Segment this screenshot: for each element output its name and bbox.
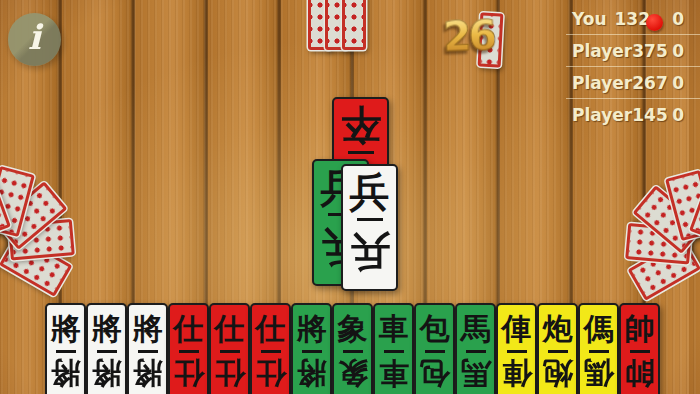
hand-card-green-車[interactable]: 車車 <box>373 303 414 394</box>
card-character-top: 兵 <box>350 172 390 212</box>
card-face: 仕仕 <box>170 305 207 394</box>
hand-card-white-將[interactable]: 將將 <box>127 303 168 394</box>
player-name: Player <box>572 73 632 93</box>
hand-card-green-馬[interactable]: 馬馬 <box>455 303 496 394</box>
card-character-bottom: 俥 <box>502 358 532 388</box>
card-divider <box>466 350 486 353</box>
score-row: Player1450 <box>566 99 700 130</box>
player-score: 375 <box>632 41 668 61</box>
card-divider <box>630 350 650 353</box>
card-character-bottom: 傌 <box>584 358 614 388</box>
card-character-bottom: 將 <box>92 358 122 388</box>
score-row: Player2670 <box>566 67 700 99</box>
card-character-bottom: 將 <box>297 358 327 388</box>
hand-card-white-將[interactable]: 將將 <box>45 303 86 394</box>
player-name: You <box>572 9 608 29</box>
card-face: 將將 <box>88 305 125 394</box>
card-character-bottom: 將 <box>51 358 81 388</box>
card-character-top: 卒 <box>341 105 381 145</box>
draw-pile-count: 26 <box>442 11 495 61</box>
card-character-bottom: 仕 <box>256 358 286 388</box>
player-hand: 將將將將將將仕仕仕仕仕仕將將象象車車包包馬馬俥俥炮炮傌傌帥帥 <box>0 303 700 394</box>
card-face: 仕仕 <box>252 305 289 394</box>
card-divider <box>261 350 281 353</box>
card-character-bottom: 帥 <box>625 358 655 388</box>
card-character-bottom: 包 <box>420 358 450 388</box>
card-divider <box>348 151 374 154</box>
card-character-top: 帥 <box>625 314 655 344</box>
info-icon: i <box>28 17 41 62</box>
card-character-bottom: 馬 <box>461 358 491 388</box>
card-character-top: 包 <box>420 314 450 344</box>
card-character-bottom: 兵 <box>350 232 390 272</box>
card-divider <box>97 350 117 353</box>
card-face: 帥帥 <box>621 305 658 394</box>
card-character-top: 俥 <box>502 314 532 344</box>
card-divider <box>507 350 527 353</box>
player-round-score: 0 <box>668 41 684 61</box>
hand-card-green-象[interactable]: 象象 <box>332 303 373 394</box>
card-character-top: 象 <box>338 314 368 344</box>
card-divider <box>302 350 322 353</box>
card-face: 象象 <box>334 305 371 394</box>
card-face: 炮炮 <box>539 305 576 394</box>
player-score: 132 <box>608 9 650 29</box>
hand-card-yellow-俥[interactable]: 俥俥 <box>496 303 537 394</box>
card-divider <box>56 350 76 353</box>
right-opponent-hand <box>684 172 700 236</box>
turn-indicator-dot <box>646 14 663 31</box>
card-face: 包包 <box>416 305 453 394</box>
played-card-white-兵: 兵兵 <box>341 164 398 291</box>
card-character-top: 將 <box>92 314 122 344</box>
card-divider <box>384 350 404 353</box>
card-character-top: 仕 <box>215 314 245 344</box>
draw-pile[interactable]: 26 <box>443 10 513 72</box>
hand-card-yellow-傌[interactable]: 傌傌 <box>578 303 619 394</box>
hand-card-red-仕[interactable]: 仕仕 <box>209 303 250 394</box>
card-character-bottom: 將 <box>133 358 163 388</box>
card-face: 俥俥 <box>498 305 535 394</box>
player-name: Player <box>572 41 632 61</box>
card-face: 將將 <box>129 305 166 394</box>
card-character-bottom: 仕 <box>215 358 245 388</box>
opponent-card-back <box>342 0 366 50</box>
card-divider <box>179 350 199 353</box>
scoreboard: You1320Player3750Player2670Player1450 <box>566 3 700 130</box>
card-face: 兵兵 <box>343 166 396 289</box>
hand-card-red-仕[interactable]: 仕仕 <box>250 303 291 394</box>
card-character-bottom: 炮 <box>543 358 573 388</box>
card-divider <box>138 350 158 353</box>
card-face: 傌傌 <box>580 305 617 394</box>
score-row: You1320 <box>566 3 700 35</box>
card-face: 將將 <box>293 305 330 394</box>
hand-card-white-將[interactable]: 將將 <box>86 303 127 394</box>
hand-card-red-帥[interactable]: 帥帥 <box>619 303 660 394</box>
card-character-top: 將 <box>51 314 81 344</box>
card-character-bottom: 仕 <box>174 358 204 388</box>
card-character-top: 車 <box>379 314 409 344</box>
top-opponent-hand <box>308 0 388 54</box>
info-button[interactable]: i <box>8 13 61 66</box>
card-character-top: 炮 <box>543 314 573 344</box>
left-opponent-hand <box>0 168 16 232</box>
hand-card-green-將[interactable]: 將將 <box>291 303 332 394</box>
card-face: 馬馬 <box>457 305 494 394</box>
card-character-bottom: 車 <box>379 358 409 388</box>
card-divider <box>548 350 568 353</box>
card-divider <box>589 350 609 353</box>
card-character-bottom: 象 <box>338 358 368 388</box>
card-face: 仕仕 <box>211 305 248 394</box>
score-row: Player3750 <box>566 35 700 67</box>
card-divider <box>343 350 363 353</box>
player-round-score: 0 <box>668 73 684 93</box>
card-divider <box>220 350 240 353</box>
player-round-score: 0 <box>668 105 684 125</box>
player-score: 267 <box>632 73 668 93</box>
player-score: 145 <box>632 105 668 125</box>
card-character-top: 將 <box>297 314 327 344</box>
card-character-top: 傌 <box>584 314 614 344</box>
card-face: 車車 <box>375 305 412 394</box>
hand-card-green-包[interactable]: 包包 <box>414 303 455 394</box>
card-face: 將將 <box>47 305 84 394</box>
card-divider <box>425 350 445 353</box>
card-character-top: 仕 <box>256 314 286 344</box>
card-divider <box>357 218 383 221</box>
card-character-top: 仕 <box>174 314 204 344</box>
card-character-top: 馬 <box>461 314 491 344</box>
hand-card-red-仕[interactable]: 仕仕 <box>168 303 209 394</box>
card-character-top: 將 <box>133 314 163 344</box>
player-name: Player <box>572 105 632 125</box>
hand-card-yellow-炮[interactable]: 炮炮 <box>537 303 578 394</box>
